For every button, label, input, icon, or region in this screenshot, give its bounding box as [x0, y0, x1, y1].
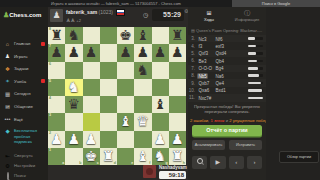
notification-badge	[41, 79, 45, 83]
square-c2[interactable]: ♟	[83, 131, 100, 148]
square-a2[interactable]: 2♟	[48, 131, 65, 148]
square-h7[interactable]: ♟	[169, 44, 186, 61]
moves-icon: ⊞	[190, 9, 228, 17]
square-g5[interactable]	[152, 79, 169, 96]
black-rook-a8[interactable]: ♜	[48, 27, 65, 44]
move-number: 4.	[188, 44, 197, 49]
black-queen-b4[interactable]: ♛	[65, 96, 82, 113]
file-label: a	[62, 161, 64, 165]
menu-icon[interactable]: ▤	[257, 179, 262, 180]
black-move[interactable]: Qe4	[214, 81, 231, 86]
black-pawn-h7[interactable]: ♟	[169, 44, 186, 61]
square-d5[interactable]	[100, 79, 117, 96]
white-move[interactable]: Qxf3	[197, 51, 214, 56]
eval-bar	[248, 82, 263, 85]
settings-icon: ⚙	[4, 163, 11, 169]
game-panel: ⊞ХодыⓘИнформация ▤ Queen's Pawn Opening:…	[188, 7, 266, 180]
sidebar-item-home[interactable]: ⌂Главная	[4, 38, 48, 49]
square-b7[interactable]: ♟	[65, 44, 82, 61]
panel-footer-icons: ↕+⚙▤	[192, 179, 262, 180]
black-move[interactable]: Bg4	[214, 66, 231, 71]
flip-board-icon[interactable]: ↕	[192, 179, 195, 180]
russia-flag	[116, 9, 125, 16]
stat-item: 2 упущенные победы	[229, 118, 270, 123]
square-d7[interactable]	[100, 44, 117, 61]
black-pawn-e7[interactable]: ♟	[117, 44, 134, 61]
rank-label: 6	[49, 62, 51, 66]
tab-label: Ходы	[190, 17, 228, 22]
sidebar-item-learn[interactable]: ✦Учеба	[4, 76, 48, 87]
white-bishop-f1[interactable]: ♝	[134, 148, 151, 165]
sidebar-item-label: Учеба	[14, 79, 26, 84]
clock-icon: ◷	[143, 11, 148, 18]
eval-bar	[248, 45, 263, 48]
sidebar-item-social[interactable]: ✉Общение	[4, 101, 48, 112]
square-f4[interactable]	[134, 96, 151, 113]
sidebar-item-label: Ещё	[14, 117, 23, 122]
black-move[interactable]: Bxd1	[214, 88, 231, 93]
square-d4[interactable]	[100, 96, 117, 113]
rank-label: 1	[49, 148, 51, 152]
square-h5[interactable]	[169, 79, 186, 96]
home-icon: ⌂	[4, 41, 11, 47]
move-number: 11.	[188, 95, 197, 100]
tab-info[interactable]: ⓘИнформация	[228, 9, 266, 26]
fix-mistakes-button[interactable]: Исправить ошибки	[229, 140, 262, 150]
square-g7[interactable]: ♟	[152, 44, 169, 61]
more-icon: •••	[4, 116, 11, 122]
review-tooltip[interactable]: Обзор партии	[279, 151, 319, 163]
black-move[interactable]	[214, 95, 231, 100]
avatar[interactable]: ♟	[50, 9, 63, 22]
play-icon: ♟	[4, 53, 11, 59]
square-f6[interactable]: ♞	[134, 62, 151, 79]
white-move[interactable]: f3	[197, 44, 214, 49]
tab-label: Информация	[228, 17, 266, 22]
square-b1[interactable]: b	[65, 148, 82, 165]
square-f3[interactable]: ♛	[134, 113, 151, 130]
square-e7[interactable]: ♟	[117, 44, 134, 61]
puzzles-icon: ❖	[4, 66, 11, 72]
player-name-top[interactable]: fabrerik_sam (1023)	[66, 9, 125, 16]
square-g2[interactable]: ♟	[152, 131, 169, 148]
square-d1[interactable]: d♜	[100, 148, 117, 165]
search-button[interactable]	[192, 156, 207, 169]
white-rook-d1[interactable]: ♜	[100, 148, 117, 165]
white-pawn-g2[interactable]: ♟	[152, 131, 169, 148]
avatar[interactable]	[143, 165, 156, 178]
move-row: 5.Qxf3Qxd4	[188, 50, 266, 57]
move-nav-bar: ▶‹›	[192, 156, 262, 169]
square-h3[interactable]	[169, 113, 186, 130]
move-row: 10.Qxa6Bxd1	[188, 87, 266, 94]
white-move[interactable]: Nb5	[197, 73, 214, 78]
move-row: 11.Nxc7#	[188, 94, 266, 101]
white-queen-f3[interactable]: ♛	[134, 113, 151, 130]
square-e8[interactable]: ♚	[117, 27, 134, 44]
square-h4[interactable]	[169, 96, 186, 113]
analyze-button[interactable]: Анализировать	[192, 140, 225, 150]
move-number: 3.	[188, 36, 197, 41]
square-c1[interactable]: c♚	[83, 148, 100, 165]
move-number: 10.	[188, 88, 197, 93]
collapse-icon: ⇤	[4, 153, 11, 159]
square-f2[interactable]	[134, 131, 151, 148]
white-rook-h1[interactable]: ♜	[169, 148, 186, 165]
sidebar-item-label: Играть	[14, 54, 28, 59]
black-pawn-a7[interactable]: ♟	[48, 44, 65, 61]
square-c7[interactable]: ♟	[83, 44, 100, 61]
window-title: Играть в шахматы онлайн — fabrerik_sam —…	[0, 0, 232, 7]
square-a5[interactable]: 5	[48, 79, 65, 96]
white-bishop-e3[interactable]: ♝	[117, 113, 134, 130]
rank-label: 4	[49, 96, 51, 100]
square-e4[interactable]	[117, 96, 134, 113]
black-bishop-g4[interactable]: ♝	[152, 96, 169, 113]
sidebar-item-label: Главная	[14, 41, 30, 46]
white-pawn-b2[interactable]: ♟	[65, 131, 82, 148]
black-move[interactable]: Qb4	[214, 58, 231, 63]
eval-bar	[248, 37, 263, 40]
share-button[interactable]: ▶	[210, 156, 225, 169]
add-icon[interactable]: +	[213, 179, 216, 180]
square-a8[interactable]: 8♜	[48, 27, 65, 44]
sidebar-item-label: Поиск	[14, 173, 26, 178]
square-b4[interactable]: ♛	[65, 96, 82, 113]
square-e3[interactable]: ♝	[117, 113, 134, 130]
square-h1[interactable]: h♜	[169, 148, 186, 165]
square-d6[interactable]	[100, 62, 117, 79]
move-row: 4.f3exf3	[188, 42, 266, 49]
sidebar-item-today[interactable]: ▦Сегодня	[4, 88, 48, 99]
square-e1[interactable]: e	[117, 148, 134, 165]
square-a6[interactable]: 6	[48, 62, 65, 79]
eval-bar	[248, 97, 263, 100]
square-a4[interactable]: 4	[48, 96, 65, 113]
square-g8[interactable]	[152, 27, 169, 44]
clock-bottom: 59:18	[159, 171, 186, 179]
square-d3[interactable]	[100, 113, 117, 130]
white-pawn-c2[interactable]: ♟	[83, 131, 100, 148]
player-rating-top: (1023)	[99, 9, 113, 15]
square-c4[interactable]	[83, 96, 100, 113]
settings-icon[interactable]: ⚙	[234, 179, 238, 180]
square-c5[interactable]	[83, 79, 100, 96]
square-g1[interactable]: g♞	[152, 148, 169, 165]
clock-top: 55:29	[152, 9, 184, 21]
square-b2[interactable]: ♟	[65, 131, 82, 148]
sidebar-item-search[interactable]: Поиск	[4, 170, 48, 180]
move-number: 8.	[188, 73, 197, 78]
square-f1[interactable]: f♝	[134, 148, 151, 165]
black-move[interactable]: exf3	[214, 44, 231, 49]
white-knight-b5[interactable]: ♞	[65, 79, 82, 96]
notification-badge	[41, 42, 45, 46]
learn-icon: ✦	[4, 78, 11, 84]
free-trial-label: Бесплатнаяпробнаяподписка	[14, 128, 37, 145]
app-window: Играть в шахматы онлайн — fabrerik_sam —…	[0, 0, 320, 180]
square-h2[interactable]: ♟	[169, 131, 186, 148]
search-icon	[4, 173, 11, 179]
square-a3[interactable]: 3	[48, 113, 65, 130]
square-g4[interactable]: ♝	[152, 96, 169, 113]
move-row: 3.Nc3Nf6	[188, 35, 266, 42]
square-d2[interactable]	[100, 131, 117, 148]
sidebar-item-more[interactable]: •••Ещё	[4, 114, 48, 125]
tab-moves[interactable]: ⊞Ходы	[190, 9, 228, 26]
square-e5[interactable]	[117, 79, 134, 96]
black-move[interactable]: Na6	[214, 73, 231, 78]
black-king-e8[interactable]: ♚	[117, 27, 134, 44]
white-move[interactable]: Nc3	[197, 36, 214, 41]
game-report-button[interactable]: Отчёт о партии	[192, 125, 262, 136]
square-b3[interactable]	[65, 113, 82, 130]
sidebar-item-label: Сегодня	[14, 91, 30, 96]
sidebar-item-play[interactable]: ♟Играть	[4, 51, 48, 62]
move-number: 9.	[188, 81, 197, 86]
sidebar-item-label: Общение	[14, 104, 33, 109]
square-c6[interactable]	[83, 62, 100, 79]
sidebar-item-free-trial[interactable]: ◆Бесплатнаяпробнаяподписка	[4, 128, 48, 139]
square-h8[interactable]: ♜	[169, 27, 186, 44]
square-h6[interactable]	[169, 62, 186, 79]
square-f5[interactable]	[134, 79, 151, 96]
black-move[interactable]: Qxd4	[214, 51, 231, 56]
black-pawn-f7[interactable]: ♟	[134, 44, 151, 61]
square-e2[interactable]	[117, 131, 134, 148]
game-result-message: Прекрасная победа! Вы уверенно переиграл…	[192, 104, 262, 115]
move-number: 7.	[188, 66, 197, 71]
sidebar-item-label: Задачи	[14, 66, 28, 71]
square-f8[interactable]: ♝	[134, 27, 151, 44]
white-knight-g1[interactable]: ♞	[152, 148, 169, 165]
square-b6[interactable]	[65, 62, 82, 79]
eval-bar	[248, 89, 263, 92]
white-move[interactable]: Be3	[197, 58, 214, 63]
chess-board[interactable]: 8♜♞♚♝♜7♟♟♟♟♟♟♟6♞5♞4♛♝3♝♛2♟♟♟♟♟1abc♚d♜ef♝…	[48, 27, 186, 165]
back-button[interactable]: ‹	[229, 156, 244, 169]
black-pawn-b7[interactable]: ♟	[65, 44, 82, 61]
diamond-icon: ◆	[4, 128, 11, 134]
forward-button[interactable]: ›	[247, 156, 262, 169]
white-king-c1[interactable]: ♚	[83, 148, 100, 165]
square-b5[interactable]: ♞	[65, 79, 82, 96]
sidebar-item-label: Свернуть	[14, 153, 33, 158]
captured-pieces-top: ♙♙ +2	[66, 17, 81, 23]
white-pawn-a2[interactable]: ♟	[48, 131, 65, 148]
stat-item: 2 ошибки	[190, 118, 208, 123]
black-move[interactable]: Nf6	[214, 36, 231, 41]
black-bishop-f8[interactable]: ♝	[134, 27, 151, 44]
opening-name[interactable]: ▤ Queen's Pawn Opening: Blackmar-Die...	[191, 28, 263, 33]
white-pawn-h2[interactable]: ♟	[169, 131, 186, 148]
square-f7[interactable]: ♟	[134, 44, 151, 61]
eval-bar	[248, 67, 263, 70]
rank-label: 3	[49, 113, 51, 117]
square-b8[interactable]: ♞	[65, 27, 82, 44]
square-c8[interactable]	[83, 27, 100, 44]
square-d8[interactable]	[100, 27, 117, 44]
eval-bar	[248, 52, 263, 55]
file-label: b	[79, 161, 81, 165]
sidebar-item-puzzles[interactable]: ❖Задачи	[4, 63, 48, 74]
square-a1[interactable]: 1a	[48, 148, 65, 165]
rank-label: 5	[49, 79, 51, 83]
move-number: 6.	[188, 58, 197, 63]
stat-item: 1 зевок	[210, 118, 224, 123]
black-pawn-c7[interactable]: ♟	[83, 44, 100, 61]
square-c3[interactable]	[83, 113, 100, 130]
move-row: 8.Nb5Na6	[188, 72, 266, 79]
today-icon: ▦	[4, 91, 11, 97]
chesscom-logo[interactable]: ♟Chess.com	[3, 11, 41, 19]
move-row: 7.O-O-OBg4	[188, 65, 266, 72]
move-row: 6.Be3Qb4	[188, 57, 266, 64]
sidebar: ♟Chess.com ⌂Главная♟Играть❖Задачи✦Учеба▦…	[0, 7, 48, 180]
move-number: 5.	[188, 51, 197, 56]
white-move[interactable]: Qxa6	[197, 88, 214, 93]
background-window-title[interactable]: Поиск в Google	[232, 0, 320, 7]
game-stats: 2 ошибки, 1 зевок и 2 упущенные победы	[190, 118, 264, 123]
white-move[interactable]: Qxb7	[197, 81, 214, 86]
move-row: 9.Qxb7Qe4	[188, 79, 266, 86]
move-list: 3.Nc3Nf64.f3exf35.Qxf3Qxd46.Be3Qb47.O-O-…	[188, 35, 266, 102]
white-move[interactable]: O-O-O	[197, 66, 214, 71]
black-pawn-g7[interactable]: ♟	[152, 44, 169, 61]
square-g3[interactable]	[152, 113, 169, 130]
black-rook-h8[interactable]: ♜	[169, 27, 186, 44]
square-e6[interactable]	[117, 62, 134, 79]
file-label: e	[131, 161, 133, 165]
square-g6[interactable]	[152, 62, 169, 79]
black-knight-b8[interactable]: ♞	[65, 27, 82, 44]
white-move[interactable]: Nxc7#	[197, 95, 214, 100]
eval-bar	[248, 74, 263, 77]
social-icon: ✉	[4, 104, 11, 110]
info-icon: ⓘ	[228, 9, 266, 17]
eval-bar	[248, 60, 263, 63]
square-a7[interactable]: 7♟	[48, 44, 65, 61]
black-knight-f6[interactable]: ♞	[134, 62, 151, 79]
sidebar-item-label: Настройки	[14, 163, 35, 168]
